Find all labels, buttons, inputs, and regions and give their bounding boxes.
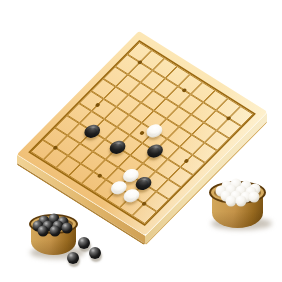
go-scene: ●●●●○○○○ [0,0,282,282]
white-stone[interactable] [249,192,260,203]
white-bowl-stones [0,0,282,282]
black-stone[interactable] [67,252,79,264]
black-stone[interactable] [78,237,90,249]
black-stone[interactable] [89,247,101,259]
white-stone[interactable] [236,196,247,207]
